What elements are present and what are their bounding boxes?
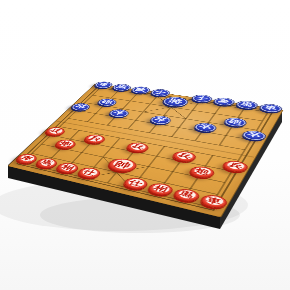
piece-label: 馬: [116, 84, 129, 89]
piece-label: 兵: [130, 143, 145, 150]
piece-label: 卒: [198, 124, 213, 130]
piece-blue-soldier[interactable]: 卒: [192, 121, 219, 133]
piece-label: 馬: [40, 159, 55, 166]
piece-blue-cannon[interactable]: 砲: [95, 97, 119, 107]
piece-red-soldier[interactable]: 兵: [82, 133, 108, 145]
piece-red-general[interactable]: 帥: [105, 157, 141, 174]
piece-label: 卒: [246, 131, 262, 138]
piece-red-cannon[interactable]: 炮: [52, 138, 78, 150]
piece-label: 砲: [101, 99, 114, 104]
piece-red-soldier[interactable]: 兵: [124, 141, 151, 154]
piece-blue-soldier[interactable]: 卒: [147, 114, 173, 125]
piece-blue-cannon[interactable]: 砲: [222, 116, 249, 127]
piece-label: 馬: [240, 101, 254, 107]
piece-label: 仕: [128, 179, 145, 187]
piece-label: 士: [195, 95, 209, 100]
piece-blue-soldier[interactable]: 卒: [106, 108, 131, 118]
piece-label: 炮: [194, 167, 211, 175]
piece-label: 兵: [88, 135, 103, 142]
piece-label: 象: [134, 87, 147, 92]
piece-label: 象: [217, 98, 231, 104]
piece-label: 兵: [227, 161, 244, 169]
piece-label: 士: [154, 90, 167, 95]
piece-label: 車: [205, 196, 223, 205]
piece-label: 車: [20, 155, 35, 162]
piece-label: 砲: [228, 118, 243, 124]
piece-label: 卒: [74, 104, 87, 109]
piece-red-cannon[interactable]: 炮: [187, 165, 217, 180]
piece-label: 相: [60, 164, 75, 172]
piece-label: 車: [97, 82, 110, 87]
piece-label: 仕: [82, 168, 98, 176]
piece-label: 馬: [178, 190, 195, 199]
piece-label: 卒: [153, 116, 167, 122]
piece-label: 炮: [59, 140, 74, 147]
piece-label: 車: [263, 105, 278, 111]
product-photo-stage: 車馬象士士象馬車將砲砲卒卒卒卒卒兵兵兵兵兵炮炮帥車馬相仕仕相馬車: [0, 0, 290, 290]
piece-label: 將: [167, 98, 184, 105]
piece-label: 卒: [112, 110, 126, 116]
piece-red-soldier[interactable]: 兵: [170, 150, 199, 163]
piece-label: 相: [152, 184, 169, 193]
piece-label: 帥: [113, 160, 133, 170]
piece-label: 兵: [177, 152, 193, 159]
piece-label: 兵: [49, 128, 63, 134]
